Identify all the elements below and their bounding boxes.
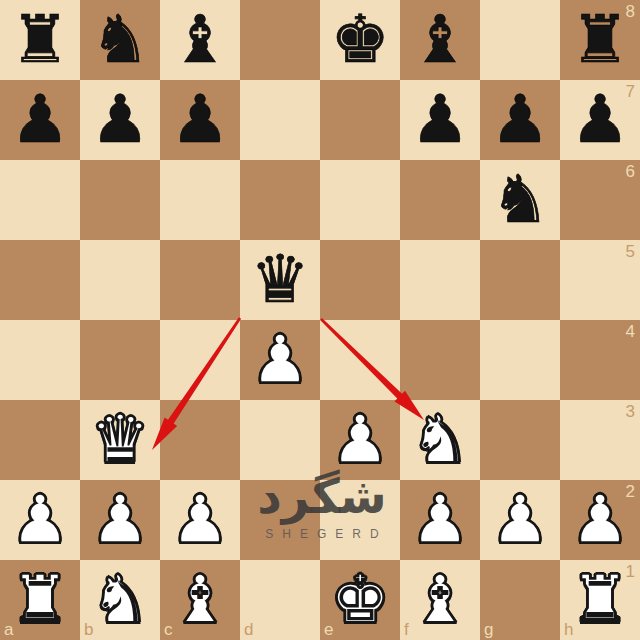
black-bishop[interactable]: ♝: [400, 0, 480, 80]
square-g7[interactable]: ♟: [480, 80, 560, 160]
square-f4[interactable]: [400, 320, 480, 400]
square-b7[interactable]: ♟: [80, 80, 160, 160]
square-e7[interactable]: [320, 80, 400, 160]
square-b5[interactable]: [80, 240, 160, 320]
black-pawn[interactable]: ♟: [0, 80, 80, 160]
square-b3[interactable]: ♛: [80, 400, 160, 480]
black-rook[interactable]: ♜: [560, 0, 640, 80]
white-bishop[interactable]: ♝: [160, 560, 240, 640]
square-e4[interactable]: [320, 320, 400, 400]
square-c2[interactable]: ♟: [160, 480, 240, 560]
square-a6[interactable]: [0, 160, 80, 240]
square-g8[interactable]: [480, 0, 560, 80]
chess-board: ♜♞♝♚♝8♜♟♟♟♟♟7♟♞6♛5♟4♛♟♞3♟♟♟♟♟2♟a♜b♞c♝de♚…: [0, 0, 640, 640]
square-d7[interactable]: [240, 80, 320, 160]
square-e6[interactable]: [320, 160, 400, 240]
square-e3[interactable]: ♟: [320, 400, 400, 480]
square-d4[interactable]: ♟: [240, 320, 320, 400]
square-c6[interactable]: [160, 160, 240, 240]
black-pawn[interactable]: ♟: [80, 80, 160, 160]
rank-label-4: 4: [626, 323, 635, 340]
square-e2[interactable]: [320, 480, 400, 560]
black-rook[interactable]: ♜: [0, 0, 80, 80]
square-c1[interactable]: c♝: [160, 560, 240, 640]
square-h4[interactable]: 4: [560, 320, 640, 400]
white-rook[interactable]: ♜: [0, 560, 80, 640]
square-f3[interactable]: ♞: [400, 400, 480, 480]
square-h6[interactable]: 6: [560, 160, 640, 240]
black-queen[interactable]: ♛: [240, 240, 320, 320]
square-g3[interactable]: [480, 400, 560, 480]
black-knight[interactable]: ♞: [480, 160, 560, 240]
white-pawn[interactable]: ♟: [80, 480, 160, 560]
square-h8[interactable]: 8♜: [560, 0, 640, 80]
square-g2[interactable]: ♟: [480, 480, 560, 560]
file-label-d: d: [244, 621, 253, 638]
white-pawn[interactable]: ♟: [320, 400, 400, 480]
rank-label-3: 3: [626, 403, 635, 420]
square-d2[interactable]: [240, 480, 320, 560]
white-pawn[interactable]: ♟: [160, 480, 240, 560]
square-f5[interactable]: [400, 240, 480, 320]
square-g1[interactable]: g: [480, 560, 560, 640]
white-bishop[interactable]: ♝: [400, 560, 480, 640]
square-d8[interactable]: [240, 0, 320, 80]
square-a8[interactable]: ♜: [0, 0, 80, 80]
square-g5[interactable]: [480, 240, 560, 320]
black-pawn[interactable]: ♟: [160, 80, 240, 160]
square-c8[interactable]: ♝: [160, 0, 240, 80]
square-e5[interactable]: [320, 240, 400, 320]
square-d1[interactable]: d: [240, 560, 320, 640]
square-c3[interactable]: [160, 400, 240, 480]
white-knight[interactable]: ♞: [400, 400, 480, 480]
square-g6[interactable]: ♞: [480, 160, 560, 240]
white-pawn[interactable]: ♟: [240, 320, 320, 400]
square-c4[interactable]: [160, 320, 240, 400]
square-e1[interactable]: e♚: [320, 560, 400, 640]
square-f6[interactable]: [400, 160, 480, 240]
black-bishop[interactable]: ♝: [160, 0, 240, 80]
square-d5[interactable]: ♛: [240, 240, 320, 320]
square-a4[interactable]: [0, 320, 80, 400]
square-d3[interactable]: [240, 400, 320, 480]
square-b8[interactable]: ♞: [80, 0, 160, 80]
rank-label-6: 6: [626, 163, 635, 180]
black-king[interactable]: ♚: [320, 0, 400, 80]
white-pawn[interactable]: ♟: [400, 480, 480, 560]
white-pawn[interactable]: ♟: [0, 480, 80, 560]
square-f8[interactable]: ♝: [400, 0, 480, 80]
black-pawn[interactable]: ♟: [400, 80, 480, 160]
square-b1[interactable]: b♞: [80, 560, 160, 640]
square-b2[interactable]: ♟: [80, 480, 160, 560]
square-a1[interactable]: a♜: [0, 560, 80, 640]
square-a2[interactable]: ♟: [0, 480, 80, 560]
square-e8[interactable]: ♚: [320, 0, 400, 80]
white-pawn[interactable]: ♟: [480, 480, 560, 560]
white-pawn[interactable]: ♟: [560, 480, 640, 560]
square-c7[interactable]: ♟: [160, 80, 240, 160]
black-pawn[interactable]: ♟: [480, 80, 560, 160]
square-c5[interactable]: [160, 240, 240, 320]
white-knight[interactable]: ♞: [80, 560, 160, 640]
square-f2[interactable]: ♟: [400, 480, 480, 560]
black-pawn[interactable]: ♟: [560, 80, 640, 160]
square-a3[interactable]: [0, 400, 80, 480]
square-h5[interactable]: 5: [560, 240, 640, 320]
file-label-g: g: [484, 621, 493, 638]
black-knight[interactable]: ♞: [80, 0, 160, 80]
square-a7[interactable]: ♟: [0, 80, 80, 160]
square-a5[interactable]: [0, 240, 80, 320]
square-h2[interactable]: 2♟: [560, 480, 640, 560]
square-h1[interactable]: 1h♜: [560, 560, 640, 640]
white-queen[interactable]: ♛: [80, 400, 160, 480]
square-f7[interactable]: ♟: [400, 80, 480, 160]
white-rook[interactable]: ♜: [560, 560, 640, 640]
square-f1[interactable]: f♝: [400, 560, 480, 640]
square-b4[interactable]: [80, 320, 160, 400]
white-king[interactable]: ♚: [320, 560, 400, 640]
square-b6[interactable]: [80, 160, 160, 240]
square-h3[interactable]: 3: [560, 400, 640, 480]
rank-label-5: 5: [626, 243, 635, 260]
square-d6[interactable]: [240, 160, 320, 240]
square-h7[interactable]: 7♟: [560, 80, 640, 160]
square-g4[interactable]: [480, 320, 560, 400]
